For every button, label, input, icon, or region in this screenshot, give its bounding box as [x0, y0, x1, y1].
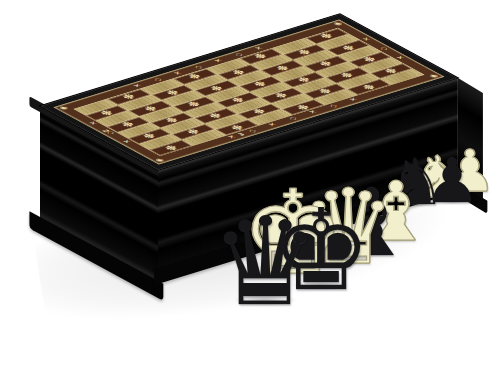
product-photo: ✕ ◇ ✕ ◇ ✕ ◇ ✕ ✕ ◇ ✕ ◇ ✕ ◇ ✕ ✕ ◇ ✕ ✕ ◇ ✕ … — [0, 0, 500, 370]
pieces-layer: ♛♚♚♛♝♝♞♞♟♟ — [0, 0, 500, 370]
black-queen-piece: ♛ — [204, 201, 326, 323]
